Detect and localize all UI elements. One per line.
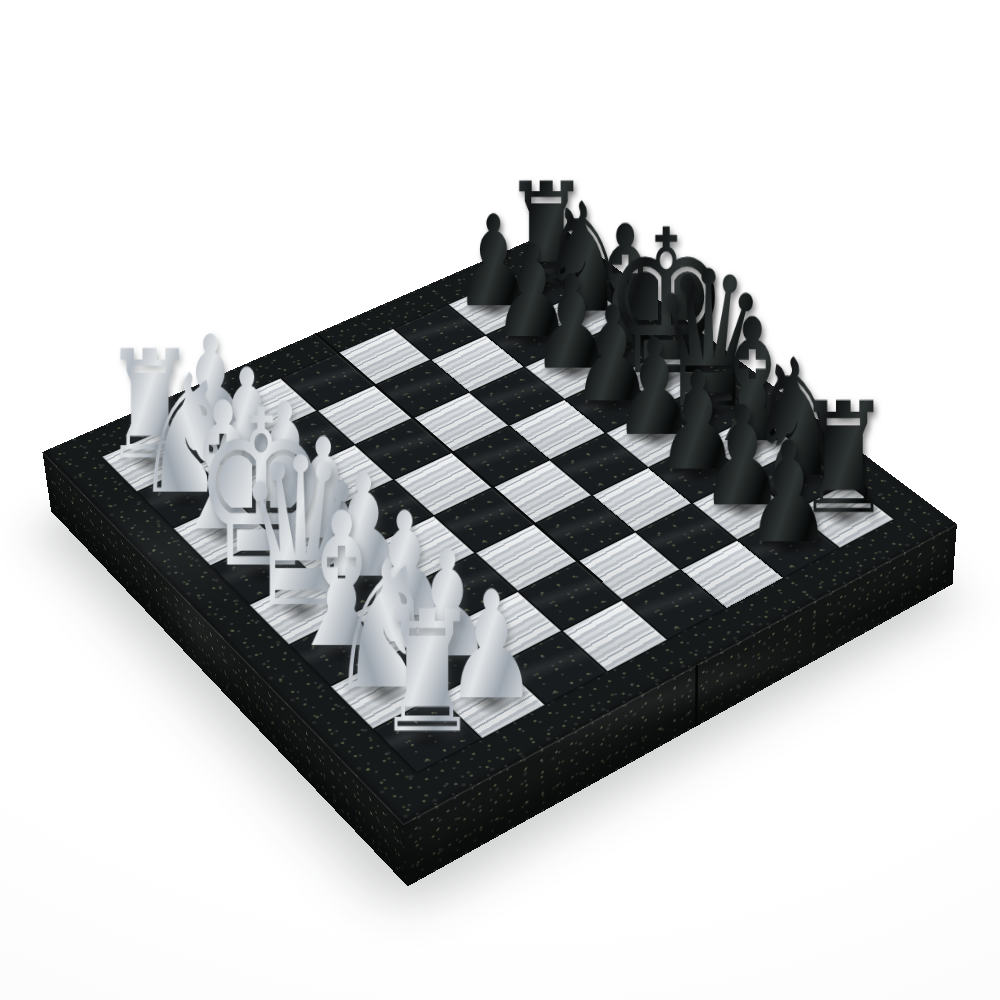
black-pawn-glyph: ♟ (745, 422, 832, 562)
chess-board-3d: ♜♞♝♚♛♝♞♜♟♟♟♟♟♟♟♟♟♟♟♟♟♟♟♟♜♞♝♚♛♝♞♜ (42, 227, 956, 824)
square-c5 (535, 496, 635, 561)
board-top-surface: ♜♞♝♚♛♝♞♜♟♟♟♟♟♟♟♟♟♟♟♟♟♟♟♟♜♞♝♚♛♝♞♜ (42, 227, 956, 824)
box-fold-seam-side (695, 664, 698, 727)
product-photo-scene: ♜♞♝♚♛♝♞♜♟♟♟♟♟♟♟♟♟♟♟♟♟♟♟♟♜♞♝♚♛♝♞♜ (0, 0, 1000, 1000)
white-rook-glyph: ♜ (375, 589, 480, 756)
square-a1: ♜ (373, 696, 481, 773)
perspective-wrapper: ♜♞♝♚♛♝♞♜♟♟♟♟♟♟♟♟♟♟♟♟♟♟♟♟♜♞♝♚♛♝♞♜ (0, 0, 1000, 1000)
